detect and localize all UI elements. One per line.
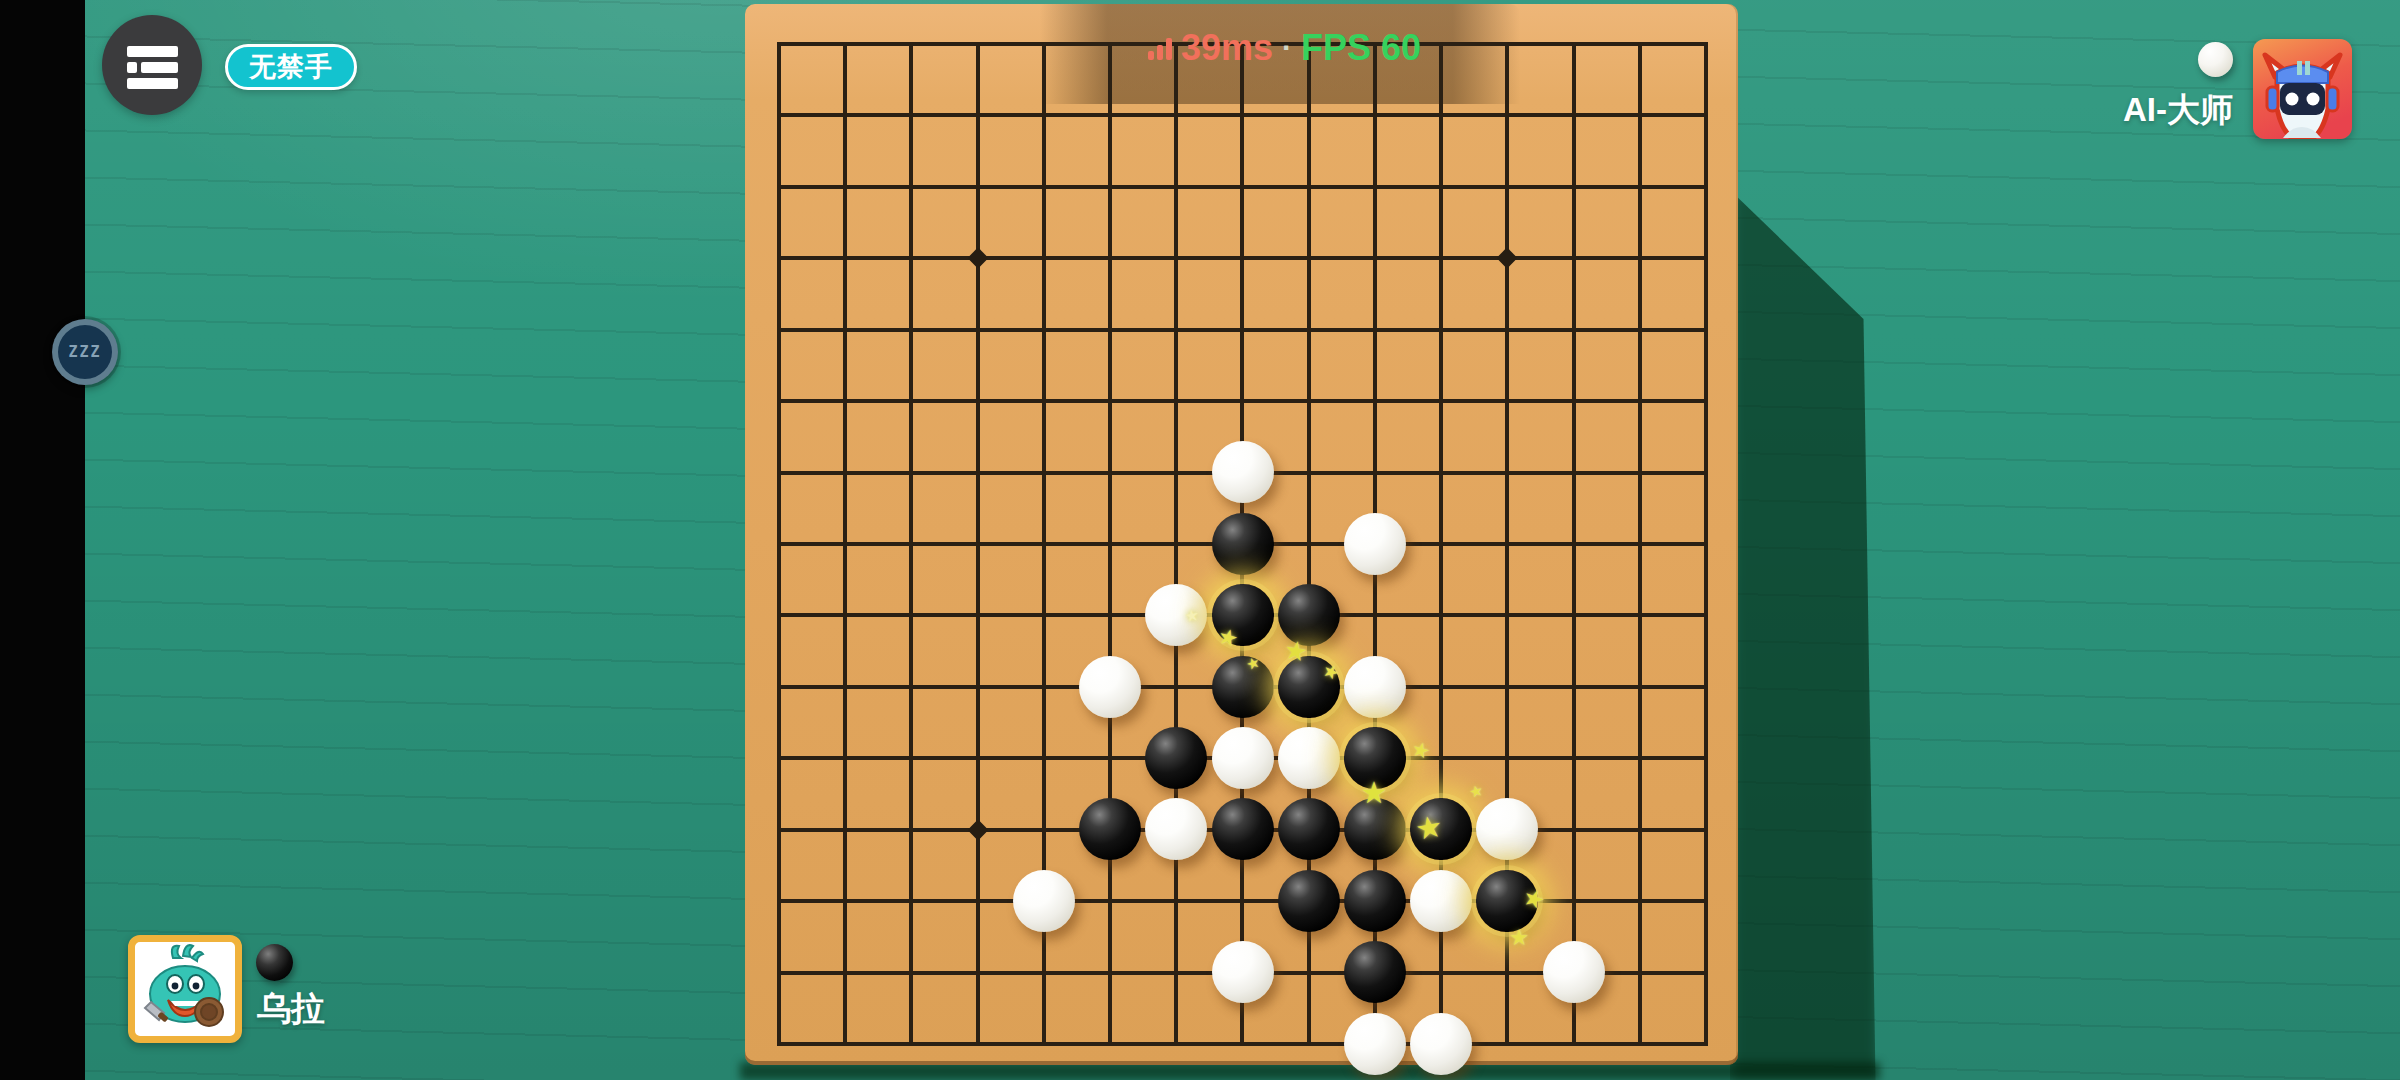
stone-white [1145,798,1207,860]
player-name: 乌拉 [257,986,325,1032]
stone-black [1145,727,1207,789]
opponent-avatar[interactable] [2253,39,2352,139]
stone-white [1145,584,1207,646]
player-avatar[interactable] [128,935,242,1043]
stone-white [1212,941,1274,1003]
stone-black [1344,870,1406,932]
stone-white [1543,941,1605,1003]
hud-separator: · [1282,31,1292,65]
stone-white [1013,870,1075,932]
stone-white [1344,1013,1406,1075]
signal-bars-icon [1148,36,1172,60]
stone-black [1278,584,1340,646]
opponent-white-stone-icon [2198,42,2233,77]
fps-value: FPS 60 [1301,27,1421,69]
latency-value: 39ms [1181,27,1273,69]
stone-black [1278,870,1340,932]
stone-black [1344,798,1406,860]
board-shadow [1730,190,1880,1080]
opponent-name: AI-大师 [2123,88,2233,133]
stone-black [1212,584,1274,646]
game-screen: ★★★★★★★★★★★ 39ms · FPS 60 无禁手 AI-大师 [0,0,2400,1080]
stone-white [1344,656,1406,718]
rule-badge: 无禁手 [225,44,357,90]
stone-black [1410,798,1472,860]
stone-white [1212,727,1274,789]
stone-white [1410,1013,1472,1075]
stones-layer [746,8,1739,1079]
sleep-indicator-text: ZZZ [68,343,101,361]
sleep-indicator-badge[interactable]: ZZZ [52,319,118,385]
stone-black [1212,656,1274,718]
stone-white [1344,513,1406,575]
performance-hud: 39ms · FPS 60 [1148,27,1421,69]
stone-black [1278,656,1340,718]
fish-warrior-avatar-image [135,942,235,1036]
stone-black [1212,798,1274,860]
stone-black [1278,798,1340,860]
stone-white [1212,441,1274,503]
stone-black [1344,941,1406,1003]
stone-black [1212,513,1274,575]
screen-notch-band [0,0,85,1080]
stone-black [1476,870,1538,932]
hamburger-menu-icon [127,46,178,90]
menu-button[interactable] [102,15,202,115]
stone-white [1079,656,1141,718]
stone-black [1079,798,1141,860]
stone-black [1344,727,1406,789]
stone-white [1410,870,1472,932]
gomoku-board[interactable]: ★★★★★★★★★★★ [745,4,1738,1065]
player-black-stone-icon [256,944,293,981]
robot-avatar-image [2253,39,2352,139]
stone-white [1476,798,1538,860]
stone-white [1278,727,1340,789]
